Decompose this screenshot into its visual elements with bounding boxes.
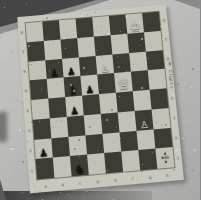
chessboard: ♔♟♟♙♝♟♕♟♙♟♞♟♞♛♝♟ abcdefgh 87654321 87654… [17, 4, 184, 193]
film-grain-dot [22, 161, 24, 163]
square-b4[interactable] [48, 97, 67, 118]
square-g5[interactable] [131, 70, 150, 91]
rank-label-3: 3 [25, 120, 33, 141]
square-f3[interactable] [118, 111, 137, 132]
square-f1[interactable] [121, 150, 140, 172]
rank-label-8: 8 [18, 22, 26, 42]
film-grain-dot [4, 7, 5, 8]
chessboard-photo: ♔♟♟♙♝♟♕♟♙♟♞♟♞♛♝♟ abcdefgh 87654321 87654… [0, 0, 200, 200]
file-label-d: d [89, 178, 107, 185]
film-grain-dot [14, 75, 15, 76]
film-grain-dot [195, 82, 196, 83]
square-e2[interactable] [102, 132, 121, 153]
film-grain-dot [84, 198, 85, 199]
square-h5[interactable] [148, 69, 167, 90]
square-e1[interactable] [104, 152, 123, 174]
square-b3[interactable] [50, 117, 69, 138]
square-d8[interactable] [76, 17, 94, 37]
film-grain-dot [191, 87, 192, 88]
board-grid: ♔♟♟♙♝♟♕♟♙♟♞♟♞♛♝♟ [25, 11, 176, 181]
file-label-h: h [159, 172, 177, 179]
film-grain-dot [185, 120, 186, 121]
square-g6[interactable] [129, 51, 148, 72]
square-f6[interactable] [112, 53, 131, 74]
film-grain-dot [183, 138, 184, 139]
black-pawn-a2[interactable]: ♟ [39, 148, 49, 159]
square-c2[interactable] [68, 135, 87, 156]
rank-label-8: 8 [160, 10, 169, 30]
corner-shadow-top-right [174, 0, 200, 9]
square-f2[interactable] [119, 130, 138, 151]
film-grain-dot [193, 94, 194, 95]
rank-label-5: 5 [22, 80, 30, 100]
film-grain-dot [36, 193, 37, 194]
film-grain-dot [12, 51, 13, 52]
square-g4[interactable] [133, 90, 152, 111]
bottom-shadow-band [0, 191, 152, 200]
square-b2[interactable] [51, 136, 70, 157]
board-corner-emblem: ♟♞♛♝♟ [160, 152, 169, 165]
rank-label-1: 1 [174, 147, 183, 168]
square-c1[interactable]: ♞ [70, 155, 89, 177]
square-h7[interactable] [144, 31, 163, 51]
film-grain-dot [113, 199, 114, 200]
film-grain-dot [176, 41, 177, 42]
film-grain-dot [20, 98, 21, 99]
square-h8[interactable] [142, 12, 161, 32]
rank-label-6: 6 [20, 61, 28, 81]
square-g7[interactable] [127, 32, 146, 53]
film-grain-dot [197, 6, 198, 7]
square-e5[interactable] [97, 73, 116, 94]
film-grain-dot [19, 129, 21, 131]
film-grain-dot [16, 129, 17, 130]
film-grain-dot [42, 198, 43, 199]
square-a4[interactable] [31, 99, 49, 120]
square-c8[interactable] [59, 19, 77, 39]
square-a3[interactable] [33, 118, 52, 139]
white-pawn-e6[interactable]: ♙ [100, 64, 110, 75]
square-d2[interactable] [85, 133, 104, 154]
square-b7[interactable] [44, 39, 62, 60]
file-label-a: a [37, 183, 55, 190]
film-grain-dot [197, 38, 198, 39]
film-grain-dot [10, 148, 12, 150]
film-grain-dot [129, 197, 130, 198]
film-grain-dot [181, 137, 183, 139]
film-grain-dot [4, 7, 5, 8]
film-grain-dot [190, 102, 191, 103]
square-g3[interactable]: ♙ [135, 109, 154, 130]
white-king-g8[interactable]: ♔ [129, 20, 142, 33]
film-grain-dot [17, 100, 18, 101]
square-g1[interactable] [138, 149, 157, 170]
black-pawn-c4[interactable]: ♟ [70, 106, 80, 117]
square-c7[interactable] [60, 38, 78, 59]
square-f4[interactable] [116, 91, 135, 112]
square-e6[interactable]: ♙ [96, 54, 115, 75]
square-b6[interactable]: ♟ [45, 58, 63, 79]
film-grain-dot [68, 194, 69, 195]
film-grain-dot [111, 197, 112, 198]
film-grain-dot [1, 31, 2, 32]
file-label-g: g [141, 174, 159, 181]
film-grain-dot [60, 192, 61, 193]
rank-label-7: 7 [19, 41, 27, 61]
square-f7[interactable] [111, 34, 129, 55]
white-queen-f5[interactable]: ♕ [116, 77, 131, 93]
film-grain-dot [21, 102, 22, 103]
rank-label-1: 1 [28, 160, 37, 181]
rank-label-4: 4 [23, 100, 31, 120]
square-h3[interactable] [152, 108, 171, 129]
rank-label-2: 2 [172, 127, 181, 148]
square-e3[interactable] [101, 112, 120, 133]
film-grain-dot [18, 161, 19, 162]
square-h2[interactable] [153, 127, 172, 148]
square-h6[interactable] [146, 50, 165, 71]
film-grain-dot [187, 151, 188, 152]
film-grain-dot [6, 19, 7, 20]
square-e7[interactable] [94, 35, 112, 56]
film-grain-dot [178, 50, 179, 51]
film-grain-dot [192, 68, 194, 70]
film-grain-dot [194, 149, 196, 151]
white-pawn-g3[interactable]: ♙ [140, 119, 150, 130]
film-grain-dot [22, 130, 23, 131]
film-grain-dot [178, 83, 179, 84]
square-d4[interactable] [82, 94, 101, 115]
film-grain-dot [26, 3, 27, 4]
square-d3[interactable] [84, 114, 103, 135]
square-e8[interactable] [92, 16, 110, 36]
square-a6[interactable] [28, 60, 46, 81]
square-c4[interactable]: ♟ [65, 96, 84, 117]
square-b1[interactable] [53, 156, 72, 178]
file-label-b: b [54, 181, 72, 188]
film-grain-dot [3, 99, 4, 100]
film-grain-dot [200, 109, 201, 110]
film-grain-dot [4, 31, 6, 33]
square-a8[interactable] [26, 22, 44, 42]
film-grain-dot [177, 27, 178, 28]
film-grain-dot [188, 159, 189, 160]
square-e4[interactable] [99, 93, 118, 114]
film-grain-dot [178, 84, 179, 85]
film-grain-dot [3, 190, 4, 191]
black-pawn-d5[interactable]: ♟ [85, 85, 95, 96]
film-grain-dot [12, 148, 14, 150]
square-g2[interactable] [136, 129, 155, 150]
square-d5[interactable]: ♟ [80, 75, 99, 96]
film-grain-dot [14, 173, 15, 174]
film-grain-dot [65, 8, 66, 9]
square-h4[interactable] [150, 88, 169, 109]
film-grain-dot [3, 57, 4, 58]
square-f5[interactable]: ♕ [114, 72, 133, 93]
black-knight-c1[interactable]: ♞ [74, 163, 86, 176]
film-grain-dot [42, 199, 43, 200]
film-grain-dot [86, 191, 87, 192]
square-c6[interactable]: ♟ [62, 57, 80, 78]
film-grain-dot [192, 170, 193, 171]
black-bishop-c5[interactable]: ♝ [67, 84, 79, 97]
square-a5[interactable] [30, 79, 48, 100]
rank-label-3: 3 [169, 107, 178, 128]
square-a2[interactable]: ♟ [34, 138, 53, 159]
square-a1[interactable] [36, 158, 55, 180]
square-c3[interactable] [67, 115, 86, 136]
square-b5[interactable] [47, 78, 65, 99]
file-label-f: f [124, 175, 142, 182]
film-grain-dot [2, 57, 3, 58]
rank-label-2: 2 [26, 140, 35, 161]
square-a7[interactable] [27, 41, 45, 62]
square-f8[interactable] [109, 15, 127, 35]
file-label-e: e [106, 177, 124, 184]
film-grain-dot [198, 112, 199, 113]
film-grain-dot [183, 89, 184, 90]
square-d7[interactable] [77, 36, 95, 57]
film-grain-dot [161, 198, 162, 199]
film-grain-dot [144, 192, 145, 193]
black-pawn-c6[interactable]: ♟ [67, 67, 77, 78]
film-grain-dot [196, 40, 197, 41]
file-label-c: c [71, 180, 89, 187]
shadow-patch-left [0, 112, 7, 142]
square-g8[interactable]: ♔ [125, 13, 143, 33]
film-grain-dot [22, 192, 23, 193]
film-grain-dot [191, 181, 192, 182]
square-d6[interactable] [79, 55, 97, 76]
square-c5[interactable]: ♝ [64, 76, 82, 97]
film-grain-dot [16, 37, 17, 38]
square-h1[interactable]: ♟♞♛♝♟ [155, 147, 174, 168]
square-d1[interactable] [87, 153, 106, 175]
black-pawn-b6[interactable]: ♟ [50, 68, 60, 79]
film-grain-dot [40, 9, 41, 10]
square-b8[interactable] [42, 20, 60, 40]
film-grain-dot [22, 181, 23, 182]
film-grain-dot [153, 187, 154, 188]
film-grain-dot [1, 78, 2, 79]
